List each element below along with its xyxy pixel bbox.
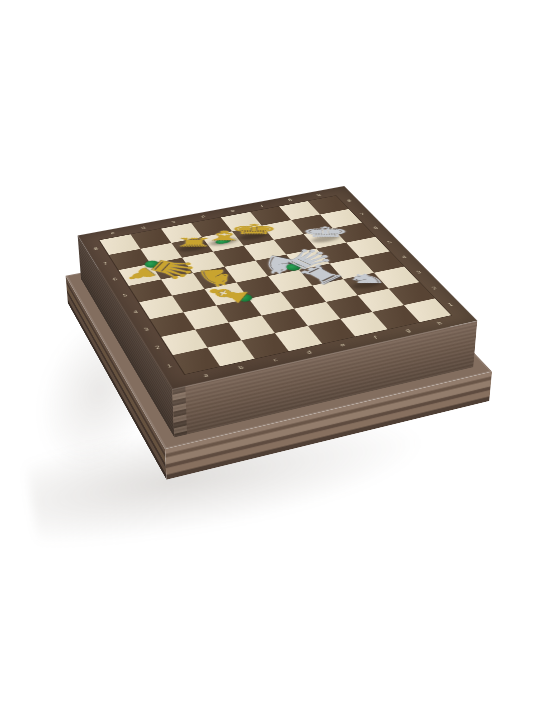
king-icon: ♚ bbox=[286, 226, 365, 240]
rook-icon: ♜ bbox=[153, 237, 233, 248]
page: { "game": "chess", "scene": { "descripti… bbox=[0, 0, 540, 720]
product-photo: aabbccddeeffgghh8877665544332211 ♜♝♚♟♛♞♝… bbox=[0, 0, 540, 720]
finger-joints bbox=[172, 386, 187, 437]
chess-box: aabbccddeeffgghh8877665544332211 ♜♝♚♟♛♞♝… bbox=[82, 234, 473, 444]
